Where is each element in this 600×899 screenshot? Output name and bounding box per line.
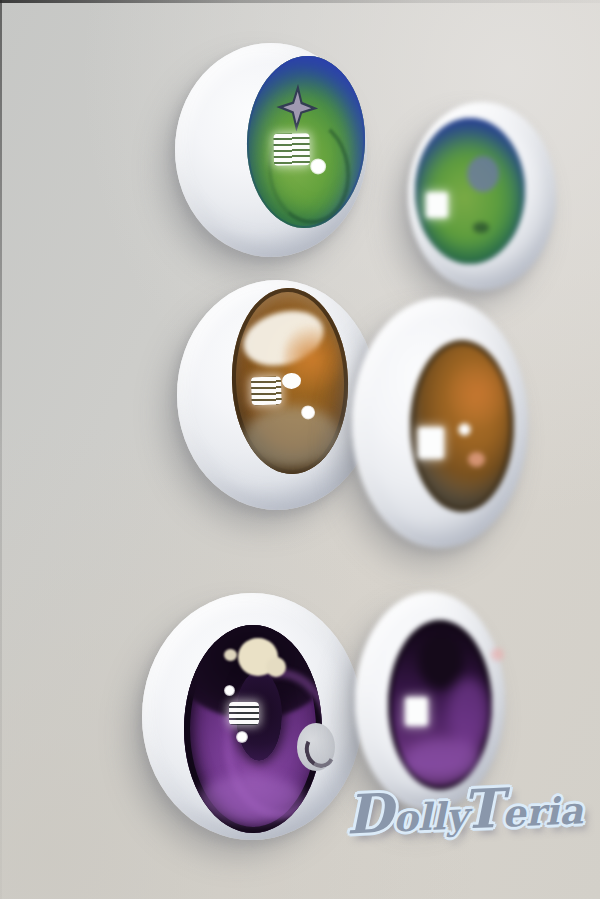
cream-highlight-small [266,657,286,677]
square-window-highlight [405,697,428,726]
photo-canvas: DollyTeria [0,0,600,899]
gray-lens-reflection [297,723,335,771]
watermark-text-teria: Teria [460,773,584,841]
doll-eye-brown-right [352,298,528,548]
round-highlight [236,731,248,743]
doll-eye-green-right [408,102,556,290]
blinds-reflection-highlight [251,376,282,405]
star-sparkle-blurred [467,156,499,192]
copper-glow [448,356,508,430]
left-edge-shadow [0,0,2,899]
dollyteria-watermark: DollyTeria [345,773,600,847]
dark-fleck [473,222,489,233]
doll-eye-brown-left [177,280,377,510]
square-window-highlight [418,427,444,459]
purple-iris [388,620,492,790]
pupil-notch [418,632,464,690]
blinds-reflection-highlight [273,133,310,166]
watermark-text-dolly: Dolly [345,778,468,846]
pink-highlight [468,452,485,467]
purple-iris [184,625,322,833]
green-iris [415,118,525,264]
doll-eye-purple-left [142,593,362,840]
pink-highlight [491,648,504,661]
square-window-highlight [426,192,448,218]
round-highlight [458,423,471,436]
top-edge-shadow [0,0,600,3]
cream-highlight-dot [224,649,237,661]
round-highlight [224,685,235,696]
doll-eye-green-left [175,43,367,257]
brown-iris [410,340,514,512]
blinds-reflection-highlight [229,702,259,725]
